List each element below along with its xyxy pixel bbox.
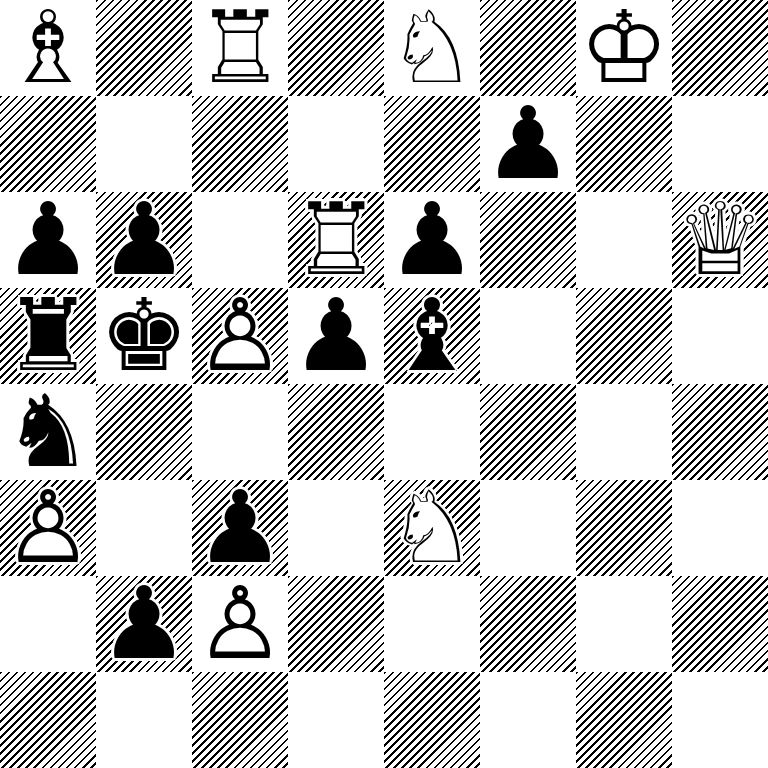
black-pawn-icon: ♟ xyxy=(288,288,384,384)
square-f5[interactable] xyxy=(480,288,576,384)
square-e2[interactable] xyxy=(384,576,480,672)
square-a8[interactable]: ♝♗ xyxy=(0,0,96,96)
square-e4[interactable] xyxy=(384,384,480,480)
square-h3[interactable] xyxy=(672,480,768,576)
white-knight-icon: ♘ xyxy=(384,0,480,96)
square-b3[interactable] xyxy=(96,480,192,576)
square-a6[interactable]: ♟♟ xyxy=(0,192,96,288)
square-g6[interactable] xyxy=(576,192,672,288)
square-d3[interactable] xyxy=(288,480,384,576)
square-f4[interactable] xyxy=(480,384,576,480)
square-c2[interactable]: ♟♙ xyxy=(192,576,288,672)
piece-halo: ♝ xyxy=(384,288,480,384)
square-c8[interactable]: ♜♖ xyxy=(192,0,288,96)
piece-halo: ♟ xyxy=(96,192,192,288)
square-a2[interactable] xyxy=(0,576,96,672)
square-c4[interactable] xyxy=(192,384,288,480)
white-king-icon: ♔ xyxy=(576,0,672,96)
square-h6[interactable]: ♛♕ xyxy=(672,192,768,288)
square-d6[interactable]: ♜♖ xyxy=(288,192,384,288)
square-c3[interactable]: ♟♟ xyxy=(192,480,288,576)
square-c7[interactable] xyxy=(192,96,288,192)
black-pawn-icon: ♟ xyxy=(192,480,288,576)
square-b8[interactable] xyxy=(96,0,192,96)
square-g2[interactable] xyxy=(576,576,672,672)
piece-halo: ♚ xyxy=(96,288,192,384)
square-d8[interactable] xyxy=(288,0,384,96)
square-h7[interactable] xyxy=(672,96,768,192)
white-bishop-icon: ♗ xyxy=(0,0,96,96)
black-knight-icon: ♞ xyxy=(0,384,96,480)
black-rook-icon: ♜ xyxy=(0,288,96,384)
white-rook-icon: ♖ xyxy=(192,0,288,96)
piece-halo: ♟ xyxy=(96,576,192,672)
square-f6[interactable] xyxy=(480,192,576,288)
square-c5[interactable]: ♟♙ xyxy=(192,288,288,384)
square-d5[interactable]: ♟♟ xyxy=(288,288,384,384)
square-h4[interactable] xyxy=(672,384,768,480)
black-king-icon: ♚ xyxy=(96,288,192,384)
square-g7[interactable] xyxy=(576,96,672,192)
white-pawn-icon: ♙ xyxy=(192,288,288,384)
square-h5[interactable] xyxy=(672,288,768,384)
square-e7[interactable] xyxy=(384,96,480,192)
square-a7[interactable] xyxy=(0,96,96,192)
square-b7[interactable] xyxy=(96,96,192,192)
square-e5[interactable]: ♝♝ xyxy=(384,288,480,384)
square-a3[interactable]: ♟♙ xyxy=(0,480,96,576)
piece-halo: ♟ xyxy=(192,576,288,672)
square-g3[interactable] xyxy=(576,480,672,576)
square-b4[interactable] xyxy=(96,384,192,480)
square-e1[interactable] xyxy=(384,672,480,768)
square-d1[interactable] xyxy=(288,672,384,768)
square-g5[interactable] xyxy=(576,288,672,384)
black-pawn-icon: ♟ xyxy=(96,192,192,288)
square-d2[interactable] xyxy=(288,576,384,672)
square-g8[interactable]: ♚♔ xyxy=(576,0,672,96)
square-a4[interactable]: ♞♞ xyxy=(0,384,96,480)
black-pawn-icon: ♟ xyxy=(384,192,480,288)
square-g4[interactable] xyxy=(576,384,672,480)
square-b2[interactable]: ♟♟ xyxy=(96,576,192,672)
square-f7[interactable]: ♟♟ xyxy=(480,96,576,192)
chess-board: ♝♗♜♖♞♘♚♔♟♟♟♟♟♟♜♖♟♟♛♕♜♜♚♚♟♙♟♟♝♝♞♞♟♙♟♟♞♘♟♟… xyxy=(0,0,768,768)
square-d7[interactable] xyxy=(288,96,384,192)
white-rook-icon: ♖ xyxy=(288,192,384,288)
piece-halo: ♟ xyxy=(480,96,576,192)
square-f1[interactable] xyxy=(480,672,576,768)
piece-halo: ♜ xyxy=(0,288,96,384)
piece-halo: ♟ xyxy=(0,480,96,576)
square-e6[interactable]: ♟♟ xyxy=(384,192,480,288)
square-f2[interactable] xyxy=(480,576,576,672)
piece-halo: ♟ xyxy=(192,288,288,384)
white-queen-icon: ♕ xyxy=(672,192,768,288)
black-pawn-icon: ♟ xyxy=(480,96,576,192)
white-pawn-icon: ♙ xyxy=(192,576,288,672)
white-pawn-icon: ♙ xyxy=(0,480,96,576)
square-f8[interactable] xyxy=(480,0,576,96)
square-d4[interactable] xyxy=(288,384,384,480)
black-bishop-icon: ♝ xyxy=(384,288,480,384)
piece-halo: ♜ xyxy=(192,0,288,96)
square-h8[interactable] xyxy=(672,0,768,96)
square-g1[interactable] xyxy=(576,672,672,768)
black-pawn-icon: ♟ xyxy=(0,192,96,288)
square-c1[interactable] xyxy=(192,672,288,768)
square-a5[interactable]: ♜♜ xyxy=(0,288,96,384)
square-c6[interactable] xyxy=(192,192,288,288)
piece-halo: ♜ xyxy=(288,192,384,288)
square-f3[interactable] xyxy=(480,480,576,576)
piece-halo: ♛ xyxy=(672,192,768,288)
square-e3[interactable]: ♞♘ xyxy=(384,480,480,576)
black-pawn-icon: ♟ xyxy=(96,576,192,672)
white-knight-icon: ♘ xyxy=(384,480,480,576)
piece-halo: ♟ xyxy=(192,480,288,576)
piece-halo: ♝ xyxy=(0,0,96,96)
piece-halo: ♟ xyxy=(288,288,384,384)
square-b6[interactable]: ♟♟ xyxy=(96,192,192,288)
piece-halo: ♚ xyxy=(576,0,672,96)
square-a1[interactable] xyxy=(0,672,96,768)
piece-halo: ♞ xyxy=(0,384,96,480)
square-b1[interactable] xyxy=(96,672,192,768)
square-h2[interactable] xyxy=(672,576,768,672)
square-e8[interactable]: ♞♘ xyxy=(384,0,480,96)
square-h1[interactable] xyxy=(672,672,768,768)
piece-halo: ♞ xyxy=(384,480,480,576)
piece-halo: ♟ xyxy=(0,192,96,288)
piece-halo: ♟ xyxy=(384,192,480,288)
piece-halo: ♞ xyxy=(384,0,480,96)
square-b5[interactable]: ♚♚ xyxy=(96,288,192,384)
